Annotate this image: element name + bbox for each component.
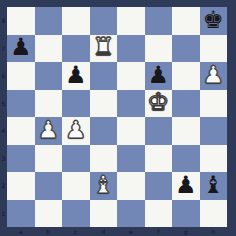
square-c4[interactable]: ♟: [62, 117, 90, 145]
black-pawn[interactable]: ♟: [65, 63, 87, 87]
square-a2[interactable]: [7, 172, 35, 200]
square-f4[interactable]: [145, 117, 173, 145]
square-a4[interactable]: [7, 117, 35, 145]
square-h1[interactable]: [200, 200, 228, 228]
rank-labels: 87654321: [0, 7, 7, 227]
square-b7[interactable]: [35, 35, 63, 63]
square-h3[interactable]: [200, 145, 228, 173]
white-king[interactable]: ♚: [147, 90, 169, 114]
square-f2[interactable]: [145, 172, 173, 200]
black-bishop[interactable]: ♝: [202, 173, 224, 197]
square-c7[interactable]: [62, 35, 90, 63]
square-d8[interactable]: [90, 7, 118, 35]
square-c5[interactable]: [62, 90, 90, 118]
square-a3[interactable]: [7, 145, 35, 173]
square-f1[interactable]: [145, 200, 173, 228]
black-pawn[interactable]: ♟: [10, 35, 32, 59]
square-c1[interactable]: [62, 200, 90, 228]
file-label-c: c: [62, 227, 90, 236]
square-d7[interactable]: ♜: [90, 35, 118, 63]
square-a7[interactable]: ♟: [7, 35, 35, 63]
black-pawn[interactable]: ♟: [175, 173, 197, 197]
file-label-g: g: [172, 227, 200, 236]
square-g4[interactable]: [172, 117, 200, 145]
white-pawn[interactable]: ♟: [65, 118, 87, 142]
rank-label-2: 2: [0, 172, 7, 200]
rank-label-5: 5: [0, 90, 7, 118]
square-a6[interactable]: [7, 62, 35, 90]
file-label-e: e: [117, 227, 145, 236]
square-h7[interactable]: [200, 35, 228, 63]
square-c6[interactable]: ♟: [62, 62, 90, 90]
square-f5[interactable]: ♚: [145, 90, 173, 118]
square-g6[interactable]: [172, 62, 200, 90]
square-d5[interactable]: [90, 90, 118, 118]
square-c3[interactable]: [62, 145, 90, 173]
square-d3[interactable]: [90, 145, 118, 173]
square-c8[interactable]: [62, 7, 90, 35]
square-a8[interactable]: [7, 7, 35, 35]
square-g8[interactable]: [172, 7, 200, 35]
square-b8[interactable]: [35, 7, 63, 35]
white-pawn[interactable]: ♟: [37, 118, 59, 142]
rank-label-7: 7: [0, 35, 7, 63]
square-h6[interactable]: ♟: [200, 62, 228, 90]
square-d2[interactable]: ♝: [90, 172, 118, 200]
square-d6[interactable]: [90, 62, 118, 90]
rank-label-1: 1: [0, 200, 7, 228]
rank-label-3: 3: [0, 145, 7, 173]
rank-label-8: 8: [0, 7, 7, 35]
square-b3[interactable]: [35, 145, 63, 173]
square-d4[interactable]: [90, 117, 118, 145]
file-labels: abcdefgh: [7, 227, 227, 236]
white-rook[interactable]: ♜: [92, 35, 114, 59]
square-e7[interactable]: [117, 35, 145, 63]
square-b6[interactable]: [35, 62, 63, 90]
file-label-d: d: [90, 227, 118, 236]
square-f7[interactable]: [145, 35, 173, 63]
file-label-h: h: [200, 227, 228, 236]
rank-label-4: 4: [0, 117, 7, 145]
square-e5[interactable]: [117, 90, 145, 118]
square-b5[interactable]: [35, 90, 63, 118]
board-grid: ♚♟♜♟♟♟♚♟♟♝♟♝: [7, 7, 227, 227]
square-a5[interactable]: [7, 90, 35, 118]
square-g7[interactable]: [172, 35, 200, 63]
white-bishop[interactable]: ♝: [92, 173, 114, 197]
file-label-b: b: [35, 227, 63, 236]
square-e3[interactable]: [117, 145, 145, 173]
square-b1[interactable]: [35, 200, 63, 228]
square-h4[interactable]: [200, 117, 228, 145]
square-d1[interactable]: [90, 200, 118, 228]
square-g2[interactable]: ♟: [172, 172, 200, 200]
square-b2[interactable]: [35, 172, 63, 200]
square-f3[interactable]: [145, 145, 173, 173]
file-label-f: f: [145, 227, 173, 236]
square-f8[interactable]: [145, 7, 173, 35]
rank-label-6: 6: [0, 62, 7, 90]
white-pawn[interactable]: ♟: [202, 63, 224, 87]
square-h8[interactable]: ♚: [200, 7, 228, 35]
black-pawn[interactable]: ♟: [147, 63, 169, 87]
square-c2[interactable]: [62, 172, 90, 200]
square-g5[interactable]: [172, 90, 200, 118]
square-h2[interactable]: ♝: [200, 172, 228, 200]
square-e1[interactable]: [117, 200, 145, 228]
black-king[interactable]: ♚: [202, 8, 224, 32]
square-e4[interactable]: [117, 117, 145, 145]
square-b4[interactable]: ♟: [35, 117, 63, 145]
square-e6[interactable]: [117, 62, 145, 90]
chess-board: ♚♟♜♟♟♟♚♟♟♝♟♝ 87654321 abcdefgh: [0, 0, 236, 236]
square-g1[interactable]: [172, 200, 200, 228]
square-f6[interactable]: ♟: [145, 62, 173, 90]
square-e2[interactable]: [117, 172, 145, 200]
square-h5[interactable]: [200, 90, 228, 118]
square-g3[interactable]: [172, 145, 200, 173]
square-a1[interactable]: [7, 200, 35, 228]
file-label-a: a: [7, 227, 35, 236]
square-e8[interactable]: [117, 7, 145, 35]
